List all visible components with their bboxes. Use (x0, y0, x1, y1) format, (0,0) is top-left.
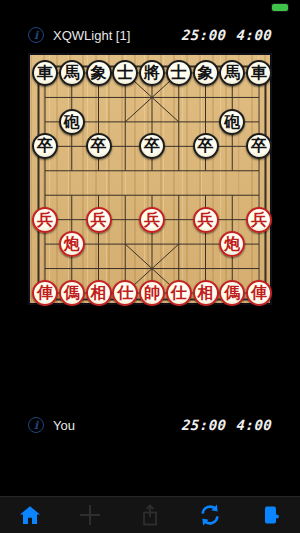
xiangqi-board[interactable]: 車馬象士將士象馬車砲砲卒卒卒卒卒兵兵兵兵兵炮炮俥傌相仕帥仕相傌俥 (28, 53, 272, 305)
bottom-toolbar (0, 496, 300, 533)
piece-車[interactable]: 車 (32, 60, 58, 86)
top-clock-main: 25:00 (181, 27, 227, 43)
piece-兵[interactable]: 兵 (32, 207, 58, 233)
piece-炮[interactable]: 炮 (59, 231, 85, 257)
piece-仕[interactable]: 仕 (166, 280, 192, 306)
piece-帥[interactable]: 帥 (139, 280, 165, 306)
bottom-clock-main: 25:00 (181, 417, 227, 433)
bottom-clock-move: 4:00 (236, 417, 273, 433)
info-icon[interactable]: i (28, 27, 44, 43)
piece-俥[interactable]: 俥 (32, 280, 58, 306)
exit-button[interactable] (248, 499, 292, 531)
empty-area (0, 305, 300, 410)
empty-area (0, 440, 300, 496)
piece-車[interactable]: 車 (246, 60, 272, 86)
battery-icon (272, 4, 288, 11)
piece-馬[interactable]: 馬 (59, 60, 85, 86)
plus-icon (78, 503, 102, 527)
home-button[interactable] (8, 499, 52, 531)
top-player-bar: i XQWLight [1] 25:00 4:00 (0, 20, 300, 50)
piece-兵[interactable]: 兵 (246, 207, 272, 233)
home-icon (18, 503, 42, 527)
piece-士[interactable]: 士 (166, 60, 192, 86)
restart-button[interactable] (188, 499, 232, 531)
bottom-player-bar: i You 25:00 4:00 (0, 410, 300, 440)
door-icon (258, 503, 282, 527)
top-clock-move: 4:00 (236, 27, 273, 43)
add-button[interactable] (68, 499, 112, 531)
piece-兵[interactable]: 兵 (139, 207, 165, 233)
piece-砲[interactable]: 砲 (59, 109, 85, 135)
piece-卒[interactable]: 卒 (193, 133, 219, 159)
restart-icon (198, 503, 222, 527)
piece-將[interactable]: 將 (139, 60, 165, 86)
piece-兵[interactable]: 兵 (86, 207, 112, 233)
piece-俥[interactable]: 俥 (246, 280, 272, 306)
bottom-player-name: You (53, 418, 75, 433)
piece-兵[interactable]: 兵 (193, 207, 219, 233)
board-grid (30, 55, 270, 303)
info-icon[interactable]: i (28, 417, 44, 433)
piece-傌[interactable]: 傌 (59, 280, 85, 306)
bottom-player-clocks: 25:00 4:00 (181, 417, 272, 433)
piece-砲[interactable]: 砲 (219, 109, 245, 135)
share-icon (138, 503, 162, 527)
piece-相[interactable]: 相 (86, 280, 112, 306)
status-bar (0, 0, 300, 20)
piece-卒[interactable]: 卒 (86, 133, 112, 159)
app-window: i XQWLight [1] 25:00 4:00 車馬象士將士象馬車砲砲卒卒卒… (0, 0, 300, 533)
piece-象[interactable]: 象 (193, 60, 219, 86)
share-button[interactable] (128, 499, 172, 531)
top-player-name: XQWLight [1] (53, 28, 130, 43)
piece-象[interactable]: 象 (86, 60, 112, 86)
piece-相[interactable]: 相 (193, 280, 219, 306)
top-player-clocks: 25:00 4:00 (181, 27, 272, 43)
